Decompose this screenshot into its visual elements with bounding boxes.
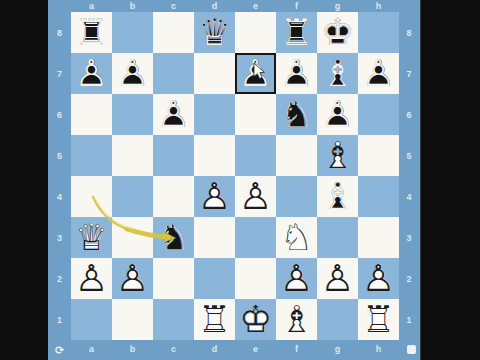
square-b1[interactable]	[112, 299, 153, 340]
white-pawn-f2[interactable]: ♟♙	[276, 258, 317, 299]
file-label-top-a: a	[71, 0, 112, 12]
rank-label-left-8: 8	[48, 12, 71, 53]
file-label-top-h: h	[358, 0, 399, 12]
black-pawn-c6[interactable]: ♟♙	[153, 94, 194, 135]
square-c8[interactable]	[153, 12, 194, 53]
white-knight-f3[interactable]: ♞♘	[276, 217, 317, 258]
file-label-top-e: e	[235, 0, 276, 12]
black-pawn-a7[interactable]: ♟♙	[71, 53, 112, 94]
square-d4[interactable]: ♟♙	[194, 176, 235, 217]
white-bishop-g5[interactable]: ♝♗	[317, 135, 358, 176]
rank-label-right-5: 5	[398, 135, 420, 176]
square-e4[interactable]: ♟♙	[235, 176, 276, 217]
black-rook-f8[interactable]: ♜♖	[276, 12, 317, 53]
rank-label-right-3: 3	[398, 217, 420, 258]
square-f1[interactable]: ♝♗	[276, 299, 317, 340]
square-d5[interactable]	[194, 135, 235, 176]
white-pawn-d4[interactable]: ♟♙	[194, 176, 235, 217]
square-c5[interactable]	[153, 135, 194, 176]
black-pawn-g6[interactable]: ♟♙	[317, 94, 358, 135]
rank-label-right-2: 2	[398, 258, 420, 299]
square-d8[interactable]: ♛♕	[194, 12, 235, 53]
rank-label-left-4: 4	[48, 176, 71, 217]
white-rook-h1[interactable]: ♜♖	[358, 299, 399, 340]
square-b4[interactable]	[112, 176, 153, 217]
square-c2[interactable]	[153, 258, 194, 299]
square-e8[interactable]	[235, 12, 276, 53]
file-label-bottom-e: e	[235, 343, 276, 355]
square-g5[interactable]: ♝♗	[317, 135, 358, 176]
square-c4[interactable]	[153, 176, 194, 217]
square-g6[interactable]: ♟♙	[317, 94, 358, 135]
square-e5[interactable]	[235, 135, 276, 176]
square-h6[interactable]	[358, 94, 399, 135]
black-pawn-f7[interactable]: ♟♙	[276, 53, 317, 94]
square-b8[interactable]	[112, 12, 153, 53]
square-a2[interactable]: ♟♙	[71, 258, 112, 299]
black-pawn-b7[interactable]: ♟♙	[112, 53, 153, 94]
black-bishop-g4[interactable]: ♝♗	[317, 176, 358, 217]
square-d7[interactable]	[194, 53, 235, 94]
square-e1[interactable]: ♚♔	[235, 299, 276, 340]
file-label-top-g: g	[317, 0, 358, 12]
square-a3[interactable]: ♛♕	[71, 217, 112, 258]
file-label-top-d: d	[194, 0, 235, 12]
square-c3[interactable]: ♞♘	[153, 217, 194, 258]
rank-label-right-1: 1	[398, 299, 420, 340]
white-king-e1[interactable]: ♚♔	[235, 299, 276, 340]
black-pawn-h7[interactable]: ♟♙	[358, 53, 399, 94]
square-g4[interactable]: ♝♗	[317, 176, 358, 217]
black-rook-a8[interactable]: ♜♖	[71, 12, 112, 53]
white-pawn-a2[interactable]: ♟♙	[71, 258, 112, 299]
square-f6[interactable]: ♞♘	[276, 94, 317, 135]
letterbox-right	[420, 0, 480, 360]
square-h8[interactable]	[358, 12, 399, 53]
square-a1[interactable]	[71, 299, 112, 340]
flip-board-icon[interactable]: ⟳	[48, 342, 71, 358]
white-pawn-b2[interactable]: ♟♙	[112, 258, 153, 299]
rank-label-right-6: 6	[398, 94, 420, 135]
square-e3[interactable]	[235, 217, 276, 258]
square-c7[interactable]	[153, 53, 194, 94]
square-h1[interactable]: ♜♖	[358, 299, 399, 340]
file-label-bottom-c: c	[153, 343, 194, 355]
file-label-bottom-g: g	[317, 343, 358, 355]
black-king-g8[interactable]: ♚♔	[317, 12, 358, 53]
square-h3[interactable]	[358, 217, 399, 258]
square-d2[interactable]	[194, 258, 235, 299]
square-e2[interactable]	[235, 258, 276, 299]
rank-label-left-5: 5	[48, 135, 71, 176]
white-queen-a3[interactable]: ♛♕	[71, 217, 112, 258]
square-f3[interactable]: ♞♘	[276, 217, 317, 258]
square-e7[interactable]: ♟♙	[235, 53, 276, 94]
letterbox-left	[0, 0, 48, 360]
file-label-top-b: b	[112, 0, 153, 12]
square-a4[interactable]	[71, 176, 112, 217]
file-label-bottom-a: a	[71, 343, 112, 355]
square-b3[interactable]	[112, 217, 153, 258]
square-h2[interactable]: ♟♙	[358, 258, 399, 299]
rank-label-right-8: 8	[398, 12, 420, 53]
white-pawn-g2[interactable]: ♟♙	[317, 258, 358, 299]
square-e6[interactable]	[235, 94, 276, 135]
square-f2[interactable]: ♟♙	[276, 258, 317, 299]
black-knight-c3[interactable]: ♞♘	[153, 217, 194, 258]
square-f7[interactable]: ♟♙	[276, 53, 317, 94]
square-f4[interactable]	[276, 176, 317, 217]
square-a5[interactable]	[71, 135, 112, 176]
square-a6[interactable]	[71, 94, 112, 135]
file-label-top-c: c	[153, 0, 194, 12]
file-label-bottom-d: d	[194, 343, 235, 355]
square-g7[interactable]: ♝♗	[317, 53, 358, 94]
square-c6[interactable]: ♟♙	[153, 94, 194, 135]
file-label-top-f: f	[276, 0, 317, 12]
white-rook-d1[interactable]: ♜♖	[194, 299, 235, 340]
file-label-bottom-f: f	[276, 343, 317, 355]
square-g8[interactable]: ♚♔	[317, 12, 358, 53]
white-pawn-e4[interactable]: ♟♙	[235, 176, 276, 217]
rank-label-left-3: 3	[48, 217, 71, 258]
square-b7[interactable]: ♟♙	[112, 53, 153, 94]
video-frame: ♜♖♛♕♜♖♚♔♟♙♟♙♟♙♟♙♝♗♟♙♟♙♞♘♟♙♝♗♟♙♟♙♝♗♛♕♞♘♞♘…	[0, 0, 480, 360]
chess-board-frame: ♜♖♛♕♜♖♚♔♟♙♟♙♟♙♟♙♝♗♟♙♟♙♞♘♟♙♝♗♟♙♟♙♝♗♛♕♞♘♞♘…	[48, 0, 420, 360]
square-a8[interactable]: ♜♖	[71, 12, 112, 53]
black-knight-f6[interactable]: ♞♘	[276, 94, 317, 135]
square-b6[interactable]	[112, 94, 153, 135]
square-b2[interactable]: ♟♙	[112, 258, 153, 299]
white-pawn-h2[interactable]: ♟♙	[358, 258, 399, 299]
square-f8[interactable]: ♜♖	[276, 12, 317, 53]
square-h4[interactable]	[358, 176, 399, 217]
logo-square-icon	[407, 345, 416, 354]
square-h7[interactable]: ♟♙	[358, 53, 399, 94]
square-g2[interactable]: ♟♙	[317, 258, 358, 299]
rank-label-right-4: 4	[398, 176, 420, 217]
black-pawn-e7[interactable]: ♟♙	[235, 53, 276, 94]
rank-label-left-2: 2	[48, 258, 71, 299]
rank-label-left-6: 6	[48, 94, 71, 135]
black-queen-d8[interactable]: ♛♕	[194, 12, 235, 53]
rank-label-right-7: 7	[398, 53, 420, 94]
square-g1[interactable]	[317, 299, 358, 340]
square-c1[interactable]	[153, 299, 194, 340]
square-d3[interactable]	[194, 217, 235, 258]
file-label-bottom-b: b	[112, 343, 153, 355]
square-b5[interactable]	[112, 135, 153, 176]
square-f5[interactable]	[276, 135, 317, 176]
file-label-bottom-h: h	[358, 343, 399, 355]
chess-board: ♜♖♛♕♜♖♚♔♟♙♟♙♟♙♟♙♝♗♟♙♟♙♞♘♟♙♝♗♟♙♟♙♝♗♛♕♞♘♞♘…	[71, 12, 399, 340]
white-bishop-f1[interactable]: ♝♗	[276, 299, 317, 340]
square-g3[interactable]	[317, 217, 358, 258]
black-bishop-g7[interactable]: ♝♗	[317, 53, 358, 94]
rank-label-left-1: 1	[48, 299, 71, 340]
square-a7[interactable]: ♟♙	[71, 53, 112, 94]
square-h5[interactable]	[358, 135, 399, 176]
square-d6[interactable]	[194, 94, 235, 135]
rank-label-left-7: 7	[48, 53, 71, 94]
square-d1[interactable]: ♜♖	[194, 299, 235, 340]
